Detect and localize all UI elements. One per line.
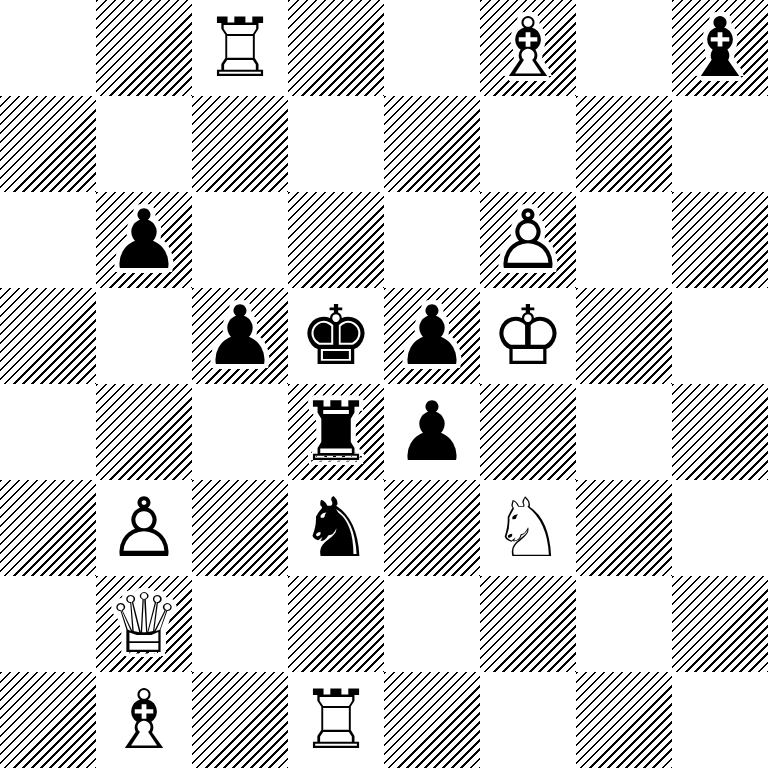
square-b6[interactable]: ♟♟ <box>96 192 192 288</box>
piece-black-pawn-e5[interactable]: ♟♟ <box>384 288 480 384</box>
black-king-icon: ♚ <box>288 288 384 384</box>
piece-black-pawn-b6[interactable]: ♟♟ <box>96 192 192 288</box>
black-pawn-icon: ♟ <box>384 288 480 384</box>
square-h8[interactable]: ♝♝ <box>672 0 768 96</box>
piece-white-bishop-f8[interactable]: ♝♗ <box>480 0 576 96</box>
square-g4[interactable] <box>576 384 672 480</box>
square-h5[interactable] <box>672 288 768 384</box>
piece-white-pawn-b3[interactable]: ♟♙ <box>96 480 192 576</box>
square-d3[interactable]: ♞♞ <box>288 480 384 576</box>
piece-white-knight-f3[interactable]: ♞♘ <box>480 480 576 576</box>
square-c6[interactable] <box>192 192 288 288</box>
square-g3[interactable] <box>576 480 672 576</box>
square-f3[interactable]: ♞♘ <box>480 480 576 576</box>
piece-white-king-f5[interactable]: ♚♔ <box>480 288 576 384</box>
white-rook-icon: ♖ <box>192 0 288 96</box>
square-f7[interactable] <box>480 96 576 192</box>
black-pawn-icon: ♟ <box>384 384 480 480</box>
square-a1[interactable] <box>0 672 96 768</box>
square-h7[interactable] <box>672 96 768 192</box>
square-h2[interactable] <box>672 576 768 672</box>
square-b8[interactable] <box>96 0 192 96</box>
piece-white-queen-b2[interactable]: ♛♕ <box>96 576 192 672</box>
chess-board: ♜♖♝♗♝♝♟♟♟♙♟♟♚♚♟♟♚♔♜♜♟♟♟♙♞♞♞♘♛♕♝♗♜♖ <box>0 0 768 768</box>
square-e1[interactable] <box>384 672 480 768</box>
square-a7[interactable] <box>0 96 96 192</box>
white-pawn-icon: ♙ <box>480 192 576 288</box>
white-pawn-icon: ♙ <box>96 480 192 576</box>
square-d4[interactable]: ♜♜ <box>288 384 384 480</box>
piece-white-rook-d1[interactable]: ♜♖ <box>288 672 384 768</box>
square-g8[interactable] <box>576 0 672 96</box>
square-b5[interactable] <box>96 288 192 384</box>
square-e7[interactable] <box>384 96 480 192</box>
piece-black-bishop-h8[interactable]: ♝♝ <box>672 0 768 96</box>
square-h1[interactable] <box>672 672 768 768</box>
piece-black-knight-d3[interactable]: ♞♞ <box>288 480 384 576</box>
square-c1[interactable] <box>192 672 288 768</box>
square-c4[interactable] <box>192 384 288 480</box>
piece-black-pawn-c5[interactable]: ♟♟ <box>192 288 288 384</box>
square-e8[interactable] <box>384 0 480 96</box>
piece-white-bishop-b1[interactable]: ♝♗ <box>96 672 192 768</box>
white-rook-icon: ♖ <box>288 672 384 768</box>
square-e3[interactable] <box>384 480 480 576</box>
square-g6[interactable] <box>576 192 672 288</box>
square-c3[interactable] <box>192 480 288 576</box>
square-h3[interactable] <box>672 480 768 576</box>
piece-white-rook-c8[interactable]: ♜♖ <box>192 0 288 96</box>
square-f2[interactable] <box>480 576 576 672</box>
square-f6[interactable]: ♟♙ <box>480 192 576 288</box>
square-g7[interactable] <box>576 96 672 192</box>
black-bishop-icon: ♝ <box>672 0 768 96</box>
square-b7[interactable] <box>96 96 192 192</box>
square-a3[interactable] <box>0 480 96 576</box>
white-bishop-icon: ♗ <box>96 672 192 768</box>
square-c5[interactable]: ♟♟ <box>192 288 288 384</box>
piece-white-pawn-f6[interactable]: ♟♙ <box>480 192 576 288</box>
square-c7[interactable] <box>192 96 288 192</box>
black-pawn-icon: ♟ <box>192 288 288 384</box>
square-d1[interactable]: ♜♖ <box>288 672 384 768</box>
square-g2[interactable] <box>576 576 672 672</box>
square-f8[interactable]: ♝♗ <box>480 0 576 96</box>
square-g1[interactable] <box>576 672 672 768</box>
square-a4[interactable] <box>0 384 96 480</box>
square-d8[interactable] <box>288 0 384 96</box>
square-f5[interactable]: ♚♔ <box>480 288 576 384</box>
square-f4[interactable] <box>480 384 576 480</box>
white-queen-icon: ♕ <box>96 576 192 672</box>
square-a8[interactable] <box>0 0 96 96</box>
square-g5[interactable] <box>576 288 672 384</box>
square-a6[interactable] <box>0 192 96 288</box>
black-pawn-icon: ♟ <box>96 192 192 288</box>
square-e5[interactable]: ♟♟ <box>384 288 480 384</box>
square-b2[interactable]: ♛♕ <box>96 576 192 672</box>
square-h6[interactable] <box>672 192 768 288</box>
square-b3[interactable]: ♟♙ <box>96 480 192 576</box>
square-e4[interactable]: ♟♟ <box>384 384 480 480</box>
square-h4[interactable] <box>672 384 768 480</box>
white-king-icon: ♔ <box>480 288 576 384</box>
square-b1[interactable]: ♝♗ <box>96 672 192 768</box>
square-e6[interactable] <box>384 192 480 288</box>
piece-black-king-d5[interactable]: ♚♚ <box>288 288 384 384</box>
square-f1[interactable] <box>480 672 576 768</box>
black-knight-icon: ♞ <box>288 480 384 576</box>
piece-black-pawn-e4[interactable]: ♟♟ <box>384 384 480 480</box>
white-knight-icon: ♘ <box>480 480 576 576</box>
square-b4[interactable] <box>96 384 192 480</box>
square-a2[interactable] <box>0 576 96 672</box>
square-d5[interactable]: ♚♚ <box>288 288 384 384</box>
square-a5[interactable] <box>0 288 96 384</box>
piece-black-rook-d4[interactable]: ♜♜ <box>288 384 384 480</box>
square-c8[interactable]: ♜♖ <box>192 0 288 96</box>
square-d2[interactable] <box>288 576 384 672</box>
square-d6[interactable] <box>288 192 384 288</box>
square-d7[interactable] <box>288 96 384 192</box>
black-rook-icon: ♜ <box>288 384 384 480</box>
square-e2[interactable] <box>384 576 480 672</box>
square-c2[interactable] <box>192 576 288 672</box>
white-bishop-icon: ♗ <box>480 0 576 96</box>
